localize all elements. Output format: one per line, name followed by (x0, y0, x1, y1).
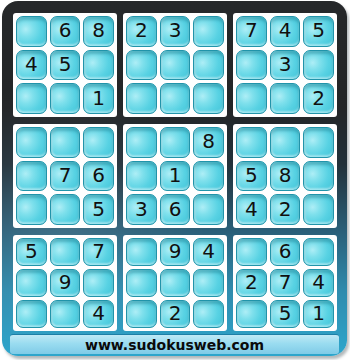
cell-r9c6[interactable] (193, 300, 224, 328)
digit: 9 (59, 272, 72, 292)
cell-r7c1[interactable]: 5 (16, 238, 47, 266)
digit: 6 (59, 20, 72, 40)
cell-r3c9[interactable]: 2 (303, 83, 334, 114)
sudoku-grid: 684512374532765813658425794942627451 (13, 13, 337, 331)
digit: 6 (169, 199, 182, 219)
footer-bar: www.sudokusweb.com (10, 334, 339, 354)
cell-r1c3[interactable]: 8 (83, 16, 114, 47)
digit: 4 (279, 20, 292, 40)
cell-r5c1[interactable] (16, 161, 47, 192)
cell-r6c1[interactable] (16, 194, 47, 225)
cell-r4c4[interactable] (126, 127, 157, 158)
cell-r7c3[interactable]: 7 (83, 238, 114, 266)
cell-r1c6[interactable] (193, 16, 224, 47)
cell-r4c5[interactable] (160, 127, 191, 158)
cell-r7c9[interactable] (303, 238, 334, 266)
cell-r5c2[interactable]: 7 (50, 161, 81, 192)
digit: 8 (279, 165, 292, 185)
box-1: 68451 (13, 13, 117, 117)
digit: 5 (92, 199, 105, 219)
cell-r4c2[interactable] (50, 127, 81, 158)
digit: 3 (169, 20, 182, 40)
digit: 2 (279, 199, 292, 219)
cell-r8c5[interactable] (160, 269, 191, 297)
box-2: 23 (123, 13, 227, 117)
digit: 3 (279, 54, 292, 74)
digit: 8 (92, 20, 105, 40)
digit: 7 (59, 165, 72, 185)
screenshot: 684512374532765813658425794942627451 www… (0, 0, 350, 360)
cell-r6c4[interactable]: 3 (126, 194, 157, 225)
cell-r9c3[interactable]: 4 (83, 300, 114, 328)
cell-r9c4[interactable] (126, 300, 157, 328)
cell-r6c2[interactable] (50, 194, 81, 225)
cell-r4c1[interactable] (16, 127, 47, 158)
digit: 8 (202, 131, 215, 151)
cell-r8c4[interactable] (126, 269, 157, 297)
cell-r9c2[interactable] (50, 300, 81, 328)
cell-r9c9[interactable]: 1 (303, 300, 334, 328)
cell-r8c2[interactable]: 9 (50, 269, 81, 297)
digit: 5 (25, 241, 38, 261)
cell-r2c7[interactable] (236, 50, 267, 81)
cell-r9c8[interactable]: 5 (270, 300, 301, 328)
digit: 1 (169, 165, 182, 185)
cell-r5c8[interactable]: 8 (270, 161, 301, 192)
cell-r7c5[interactable]: 9 (160, 238, 191, 266)
cell-r9c7[interactable] (236, 300, 267, 328)
digit: 3 (135, 199, 148, 219)
digit: 4 (312, 272, 325, 292)
digit: 1 (92, 88, 105, 108)
sudoku-board: 684512374532765813658425794942627451 www… (2, 1, 347, 356)
cell-r2c8[interactable]: 3 (270, 50, 301, 81)
cell-r3c6[interactable] (193, 83, 224, 114)
cell-r6c5[interactable]: 6 (160, 194, 191, 225)
digit: 9 (169, 241, 182, 261)
cell-r6c9[interactable] (303, 194, 334, 225)
digit: 2 (312, 88, 325, 108)
cell-r8c3[interactable] (83, 269, 114, 297)
digit: 4 (25, 54, 38, 74)
cell-r5c5[interactable]: 1 (160, 161, 191, 192)
cell-r8c7[interactable]: 2 (236, 269, 267, 297)
digit: 4 (92, 303, 105, 323)
digit: 7 (245, 20, 258, 40)
cell-r4c8[interactable] (270, 127, 301, 158)
cell-r3c8[interactable] (270, 83, 301, 114)
cell-r8c1[interactable] (16, 269, 47, 297)
cell-r1c7[interactable]: 7 (236, 16, 267, 47)
cell-r9c1[interactable] (16, 300, 47, 328)
digit: 7 (92, 241, 105, 261)
digit: 5 (245, 165, 258, 185)
digit: 4 (245, 199, 258, 219)
cell-r5c6[interactable] (193, 161, 224, 192)
cell-r1c2[interactable]: 6 (50, 16, 81, 47)
cell-r7c7[interactable] (236, 238, 267, 266)
cell-r7c8[interactable]: 6 (270, 238, 301, 266)
box-9: 627451 (233, 235, 337, 331)
cell-r1c5[interactable]: 3 (160, 16, 191, 47)
cell-r2c6[interactable] (193, 50, 224, 81)
box-7: 5794 (13, 235, 117, 331)
cell-r3c4[interactable] (126, 83, 157, 114)
cell-r9c5[interactable]: 2 (160, 300, 191, 328)
cell-r7c2[interactable] (50, 238, 81, 266)
cell-r2c4[interactable] (126, 50, 157, 81)
cell-r6c8[interactable]: 2 (270, 194, 301, 225)
cell-r1c4[interactable]: 2 (126, 16, 157, 47)
digit: 6 (92, 165, 105, 185)
cell-r5c4[interactable] (126, 161, 157, 192)
digit: 5 (312, 20, 325, 40)
cell-r2c3[interactable] (83, 50, 114, 81)
digit: 7 (279, 272, 292, 292)
cell-r1c1[interactable] (16, 16, 47, 47)
cell-r5c3[interactable]: 6 (83, 161, 114, 192)
cell-r2c9[interactable] (303, 50, 334, 81)
digit: 6 (279, 241, 292, 261)
digit: 4 (202, 241, 215, 261)
cell-r4c9[interactable] (303, 127, 334, 158)
cell-r2c1[interactable]: 4 (16, 50, 47, 81)
box-4: 765 (13, 124, 117, 228)
cell-r4c7[interactable] (236, 127, 267, 158)
box-8: 942 (123, 235, 227, 331)
digit: 1 (312, 303, 325, 323)
cell-r4c6[interactable]: 8 (193, 127, 224, 158)
site-url: www.sudokusweb.com (85, 337, 264, 353)
digit: 5 (59, 54, 72, 74)
cell-r3c2[interactable] (50, 83, 81, 114)
cell-r4c3[interactable] (83, 127, 114, 158)
cell-r2c5[interactable] (160, 50, 191, 81)
cell-r8c8[interactable]: 7 (270, 269, 301, 297)
cell-r6c3[interactable]: 5 (83, 194, 114, 225)
digit: 2 (135, 20, 148, 40)
cell-r3c1[interactable] (16, 83, 47, 114)
cell-r7c4[interactable] (126, 238, 157, 266)
cell-r6c6[interactable] (193, 194, 224, 225)
digit: 2 (169, 303, 182, 323)
cell-r5c9[interactable] (303, 161, 334, 192)
digit: 5 (279, 303, 292, 323)
cell-r5c7[interactable]: 5 (236, 161, 267, 192)
cell-r8c6[interactable] (193, 269, 224, 297)
cell-r1c8[interactable]: 4 (270, 16, 301, 47)
cell-r3c7[interactable] (236, 83, 267, 114)
box-3: 74532 (233, 13, 337, 117)
box-5: 8136 (123, 124, 227, 228)
cell-r6c7[interactable]: 4 (236, 194, 267, 225)
cell-r8c9[interactable]: 4 (303, 269, 334, 297)
cell-r3c5[interactable] (160, 83, 191, 114)
cell-r7c6[interactable]: 4 (193, 238, 224, 266)
cell-r1c9[interactable]: 5 (303, 16, 334, 47)
cell-r3c3[interactable]: 1 (83, 83, 114, 114)
digit: 2 (245, 272, 258, 292)
cell-r2c2[interactable]: 5 (50, 50, 81, 81)
box-6: 5842 (233, 124, 337, 228)
